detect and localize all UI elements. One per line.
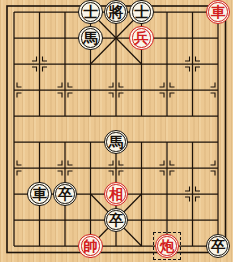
piece-glyph: 馬: [109, 135, 124, 150]
piece-black-soldier[interactable]: 卒: [104, 208, 129, 233]
piece-black-advisor[interactable]: 士: [78, 0, 103, 24]
piece-black-horse[interactable]: 馬: [78, 26, 103, 51]
piece-red-general[interactable]: 帥: [78, 234, 103, 259]
piece-glyph: 車: [32, 187, 47, 202]
piece-glyph: 帥: [83, 239, 98, 254]
piece-black-chariot[interactable]: 車: [27, 182, 52, 207]
piece-red-elephant[interactable]: 相: [104, 182, 129, 207]
piece-glyph: 士: [83, 5, 98, 20]
piece-glyph: 車: [211, 5, 226, 20]
piece-glyph: 將: [109, 5, 124, 20]
piece-black-soldier[interactable]: 卒: [53, 182, 78, 207]
piece-glyph: 士: [134, 5, 149, 20]
piece-layer: 士將士車馬兵馬車卒相卒帥炮卒: [1, 0, 231, 259]
piece-black-horse[interactable]: 馬: [104, 130, 129, 155]
piece-glyph: 炮: [160, 239, 175, 254]
xiangqi-board: 士將士車馬兵馬車卒相卒帥炮卒: [0, 0, 233, 262]
piece-glyph: 卒: [58, 187, 73, 202]
piece-red-chariot[interactable]: 車: [206, 0, 231, 24]
piece-black-soldier[interactable]: 卒: [206, 234, 231, 259]
piece-glyph: 卒: [211, 239, 226, 254]
piece-glyph: 相: [109, 187, 124, 202]
piece-glyph: 馬: [83, 31, 98, 46]
piece-red-soldier[interactable]: 兵: [129, 26, 154, 51]
piece-black-general[interactable]: 將: [104, 0, 129, 24]
piece-glyph: 兵: [134, 31, 149, 46]
piece-black-advisor[interactable]: 士: [129, 0, 154, 24]
piece-glyph: 卒: [109, 213, 124, 228]
